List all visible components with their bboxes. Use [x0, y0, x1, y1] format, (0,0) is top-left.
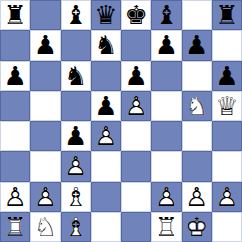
piece-glyph: ♚ — [121, 0, 151, 30]
white-pawn[interactable]: ♟♙ — [121, 91, 151, 121]
square-d1[interactable] — [91, 212, 121, 242]
square-d2[interactable] — [91, 182, 121, 212]
square-b2[interactable]: ♟♙ — [30, 182, 60, 212]
square-g6[interactable] — [182, 61, 212, 91]
black-knight[interactable]: ♞ — [61, 61, 91, 91]
square-e5[interactable]: ♟♙ — [121, 91, 151, 121]
square-c5[interactable] — [61, 91, 91, 121]
square-f6[interactable] — [151, 61, 181, 91]
white-bishop[interactable]: ♝♗ — [61, 182, 91, 212]
square-c6[interactable]: ♞ — [61, 61, 91, 91]
piece-outline-glyph: ♘ — [30, 212, 60, 242]
square-h5[interactable]: ♛♕ — [212, 91, 242, 121]
chess-board: ♜♝♛♚♝♜♟♞♟♟♟♞♟♟♟♟♙♞♘♛♕♟♟♙♟♙♟♙♟♙♝♗♟♙♟♙♟♙♜♖… — [0, 0, 242, 242]
square-d7[interactable]: ♞ — [91, 30, 121, 60]
white-rook[interactable]: ♜♖ — [151, 212, 181, 242]
square-h4[interactable] — [212, 121, 242, 151]
piece-outline-glyph: ♙ — [151, 182, 181, 212]
square-c3[interactable]: ♟♙ — [61, 151, 91, 181]
white-pawn[interactable]: ♟♙ — [91, 121, 121, 151]
square-h2[interactable]: ♟♙ — [212, 182, 242, 212]
square-d8[interactable]: ♛ — [91, 0, 121, 30]
white-knight[interactable]: ♞♘ — [182, 91, 212, 121]
piece-outline-glyph: ♘ — [182, 91, 212, 121]
piece-outline-glyph: ♙ — [30, 182, 60, 212]
white-pawn[interactable]: ♟♙ — [61, 151, 91, 181]
square-c4[interactable]: ♟ — [61, 121, 91, 151]
piece-glyph: ♞ — [91, 30, 121, 60]
square-b5[interactable] — [30, 91, 60, 121]
square-d3[interactable] — [91, 151, 121, 181]
square-h7[interactable] — [212, 30, 242, 60]
square-f3[interactable] — [151, 151, 181, 181]
piece-outline-glyph: ♗ — [61, 182, 91, 212]
black-pawn[interactable]: ♟ — [91, 91, 121, 121]
piece-outline-glyph: ♙ — [182, 182, 212, 212]
piece-glyph: ♝ — [151, 0, 181, 30]
square-e6[interactable]: ♟ — [121, 61, 151, 91]
square-h1[interactable] — [212, 212, 242, 242]
square-d5[interactable]: ♟ — [91, 91, 121, 121]
piece-glyph: ♟ — [212, 61, 242, 91]
square-c2[interactable]: ♝♗ — [61, 182, 91, 212]
square-f1[interactable]: ♜♖ — [151, 212, 181, 242]
black-pawn[interactable]: ♟ — [212, 61, 242, 91]
white-pawn[interactable]: ♟♙ — [151, 182, 181, 212]
piece-glyph: ♛ — [91, 0, 121, 30]
square-b8[interactable] — [30, 0, 60, 30]
white-knight[interactable]: ♞♘ — [30, 212, 60, 242]
white-king[interactable]: ♚♔ — [182, 212, 212, 242]
square-d6[interactable] — [91, 61, 121, 91]
square-h3[interactable] — [212, 151, 242, 181]
square-d4[interactable]: ♟♙ — [91, 121, 121, 151]
piece-outline-glyph: ♙ — [61, 151, 91, 181]
square-c1[interactable]: ♝♗ — [61, 212, 91, 242]
white-pawn[interactable]: ♟♙ — [30, 182, 60, 212]
square-h6[interactable]: ♟ — [212, 61, 242, 91]
black-pawn[interactable]: ♟ — [182, 30, 212, 60]
square-f7[interactable]: ♟ — [151, 30, 181, 60]
square-g1[interactable]: ♚♔ — [182, 212, 212, 242]
piece-glyph: ♜ — [0, 0, 30, 30]
black-pawn[interactable]: ♟ — [121, 61, 151, 91]
square-g3[interactable] — [182, 151, 212, 181]
square-a4[interactable] — [0, 121, 30, 151]
piece-glyph: ♜ — [212, 0, 242, 30]
square-e7[interactable] — [121, 30, 151, 60]
square-h8[interactable]: ♜ — [212, 0, 242, 30]
piece-glyph: ♟ — [0, 61, 30, 91]
piece-outline-glyph: ♖ — [0, 212, 30, 242]
square-g7[interactable]: ♟ — [182, 30, 212, 60]
white-queen[interactable]: ♛♕ — [212, 91, 242, 121]
square-g5[interactable]: ♞♘ — [182, 91, 212, 121]
square-c8[interactable]: ♝ — [61, 0, 91, 30]
black-queen[interactable]: ♛ — [91, 0, 121, 30]
square-e4[interactable] — [121, 121, 151, 151]
white-bishop[interactable]: ♝♗ — [61, 212, 91, 242]
square-c7[interactable] — [61, 30, 91, 60]
piece-outline-glyph: ♖ — [151, 212, 181, 242]
square-f4[interactable] — [151, 121, 181, 151]
piece-outline-glyph: ♙ — [0, 182, 30, 212]
piece-glyph: ♟ — [151, 30, 181, 60]
white-pawn[interactable]: ♟♙ — [212, 182, 242, 212]
square-f8[interactable]: ♝ — [151, 0, 181, 30]
square-b6[interactable] — [30, 61, 60, 91]
square-g2[interactable]: ♟♙ — [182, 182, 212, 212]
piece-outline-glyph: ♙ — [121, 91, 151, 121]
black-bishop[interactable]: ♝ — [61, 0, 91, 30]
black-pawn[interactable]: ♟ — [61, 121, 91, 151]
black-pawn[interactable]: ♟ — [151, 30, 181, 60]
piece-outline-glyph: ♔ — [182, 212, 212, 242]
piece-glyph: ♟ — [30, 30, 60, 60]
square-b7[interactable]: ♟ — [30, 30, 60, 60]
piece-glyph: ♟ — [91, 91, 121, 121]
white-pawn[interactable]: ♟♙ — [182, 182, 212, 212]
square-b1[interactable]: ♞♘ — [30, 212, 60, 242]
square-g8[interactable] — [182, 0, 212, 30]
black-king[interactable]: ♚ — [121, 0, 151, 30]
piece-glyph: ♝ — [61, 0, 91, 30]
piece-outline-glyph: ♙ — [91, 121, 121, 151]
piece-outline-glyph: ♗ — [61, 212, 91, 242]
black-rook[interactable]: ♜ — [0, 0, 30, 30]
square-a1[interactable]: ♜♖ — [0, 212, 30, 242]
square-e2[interactable] — [121, 182, 151, 212]
square-e8[interactable]: ♚ — [121, 0, 151, 30]
piece-glyph: ♟ — [61, 121, 91, 151]
black-pawn[interactable]: ♟ — [30, 30, 60, 60]
square-f5[interactable] — [151, 91, 181, 121]
black-bishop[interactable]: ♝ — [151, 0, 181, 30]
square-f2[interactable]: ♟♙ — [151, 182, 181, 212]
black-pawn[interactable]: ♟ — [0, 61, 30, 91]
piece-glyph: ♟ — [121, 61, 151, 91]
piece-outline-glyph: ♙ — [212, 182, 242, 212]
square-a2[interactable]: ♟♙ — [0, 182, 30, 212]
black-knight[interactable]: ♞ — [91, 30, 121, 60]
square-e3[interactable] — [121, 151, 151, 181]
piece-outline-glyph: ♕ — [212, 91, 242, 121]
piece-glyph: ♟ — [182, 30, 212, 60]
black-rook[interactable]: ♜ — [212, 0, 242, 30]
square-a5[interactable] — [0, 91, 30, 121]
white-rook[interactable]: ♜♖ — [0, 212, 30, 242]
square-a8[interactable]: ♜ — [0, 0, 30, 30]
white-pawn[interactable]: ♟♙ — [0, 182, 30, 212]
square-a7[interactable] — [0, 30, 30, 60]
square-a3[interactable] — [0, 151, 30, 181]
square-a6[interactable]: ♟ — [0, 61, 30, 91]
piece-glyph: ♞ — [61, 61, 91, 91]
square-b3[interactable] — [30, 151, 60, 181]
square-e1[interactable] — [121, 212, 151, 242]
square-b4[interactable] — [30, 121, 60, 151]
square-g4[interactable] — [182, 121, 212, 151]
